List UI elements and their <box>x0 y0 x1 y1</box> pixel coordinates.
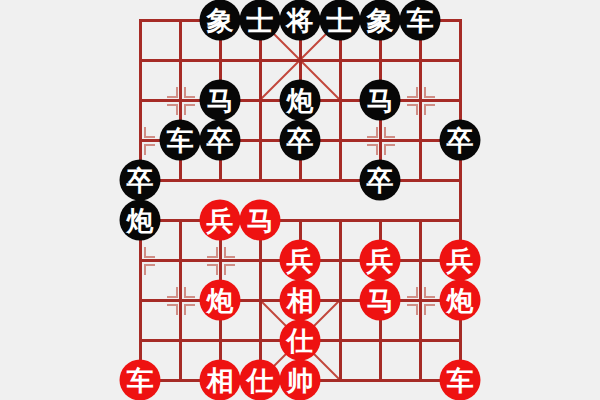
point-marker <box>407 287 418 298</box>
grid-line <box>419 219 422 381</box>
piece-black-advisor[interactable]: 士 <box>320 0 361 41</box>
piece-red-general[interactable]: 帅 <box>280 360 321 400</box>
piece-red-advisor[interactable]: 仕 <box>240 360 281 400</box>
point-marker <box>144 144 155 155</box>
piece-black-cannon[interactable]: 炮 <box>280 80 321 121</box>
point-marker <box>424 87 435 98</box>
point-marker <box>144 247 155 258</box>
point-marker <box>384 144 395 155</box>
piece-black-chariot[interactable]: 车 <box>400 0 441 41</box>
point-marker <box>407 87 418 98</box>
point-marker <box>407 304 418 315</box>
grid-line <box>339 219 342 381</box>
piece-black-general[interactable]: 将 <box>280 0 321 41</box>
point-marker <box>224 264 235 275</box>
piece-red-elephant[interactable]: 相 <box>280 280 321 321</box>
piece-red-horse[interactable]: 马 <box>240 200 281 241</box>
piece-red-cannon[interactable]: 炮 <box>440 280 481 321</box>
point-marker <box>207 264 218 275</box>
piece-red-advisor[interactable]: 仕 <box>280 320 321 361</box>
grid-line <box>419 19 422 181</box>
piece-red-soldier[interactable]: 兵 <box>280 240 321 281</box>
grid-line <box>459 19 462 381</box>
piece-red-chariot[interactable]: 车 <box>440 360 481 400</box>
point-marker <box>184 87 195 98</box>
point-marker <box>144 264 155 275</box>
point-marker <box>224 247 235 258</box>
piece-black-soldier[interactable]: 卒 <box>200 120 241 161</box>
point-marker <box>367 127 378 138</box>
piece-red-soldier[interactable]: 兵 <box>360 240 401 281</box>
point-marker <box>424 104 435 115</box>
piece-black-cannon[interactable]: 炮 <box>120 200 161 241</box>
piece-black-soldier[interactable]: 卒 <box>280 120 321 161</box>
piece-red-soldier[interactable]: 兵 <box>440 240 481 281</box>
point-marker <box>184 304 195 315</box>
xiangqi-board[interactable]: 象士将士象车马炮马车卒卒卒卒卒炮兵马兵兵兵炮相马炮仕车相仕帅车 <box>140 20 460 380</box>
point-marker <box>144 127 155 138</box>
point-marker <box>167 304 178 315</box>
piece-black-advisor[interactable]: 士 <box>240 0 281 41</box>
point-marker <box>424 304 435 315</box>
point-marker <box>167 287 178 298</box>
piece-black-horse[interactable]: 马 <box>200 80 241 121</box>
point-marker <box>407 104 418 115</box>
piece-red-chariot[interactable]: 车 <box>120 360 161 400</box>
point-marker <box>384 127 395 138</box>
piece-black-chariot[interactable]: 车 <box>160 120 201 161</box>
grid-line <box>259 19 262 181</box>
piece-black-soldier[interactable]: 卒 <box>360 160 401 201</box>
point-marker <box>184 287 195 298</box>
point-marker <box>207 247 218 258</box>
grid-line <box>339 19 342 181</box>
point-marker <box>184 104 195 115</box>
point-marker <box>167 104 178 115</box>
piece-red-horse[interactable]: 马 <box>360 280 401 321</box>
piece-red-elephant[interactable]: 相 <box>200 360 241 400</box>
piece-red-soldier[interactable]: 兵 <box>200 200 241 241</box>
point-marker <box>367 144 378 155</box>
grid-line <box>259 219 262 381</box>
piece-black-soldier[interactable]: 卒 <box>120 160 161 201</box>
grid-line <box>179 219 182 381</box>
piece-black-elephant[interactable]: 象 <box>200 0 241 41</box>
piece-black-horse[interactable]: 马 <box>360 80 401 121</box>
xiangqi-app: 象士将士象车马炮马车卒卒卒卒卒炮兵马兵兵兵炮相马炮仕车相仕帅车 <box>0 0 600 400</box>
piece-black-elephant[interactable]: 象 <box>360 0 401 41</box>
piece-black-soldier[interactable]: 卒 <box>440 120 481 161</box>
piece-red-cannon[interactable]: 炮 <box>200 280 241 321</box>
point-marker <box>424 287 435 298</box>
point-marker <box>167 87 178 98</box>
